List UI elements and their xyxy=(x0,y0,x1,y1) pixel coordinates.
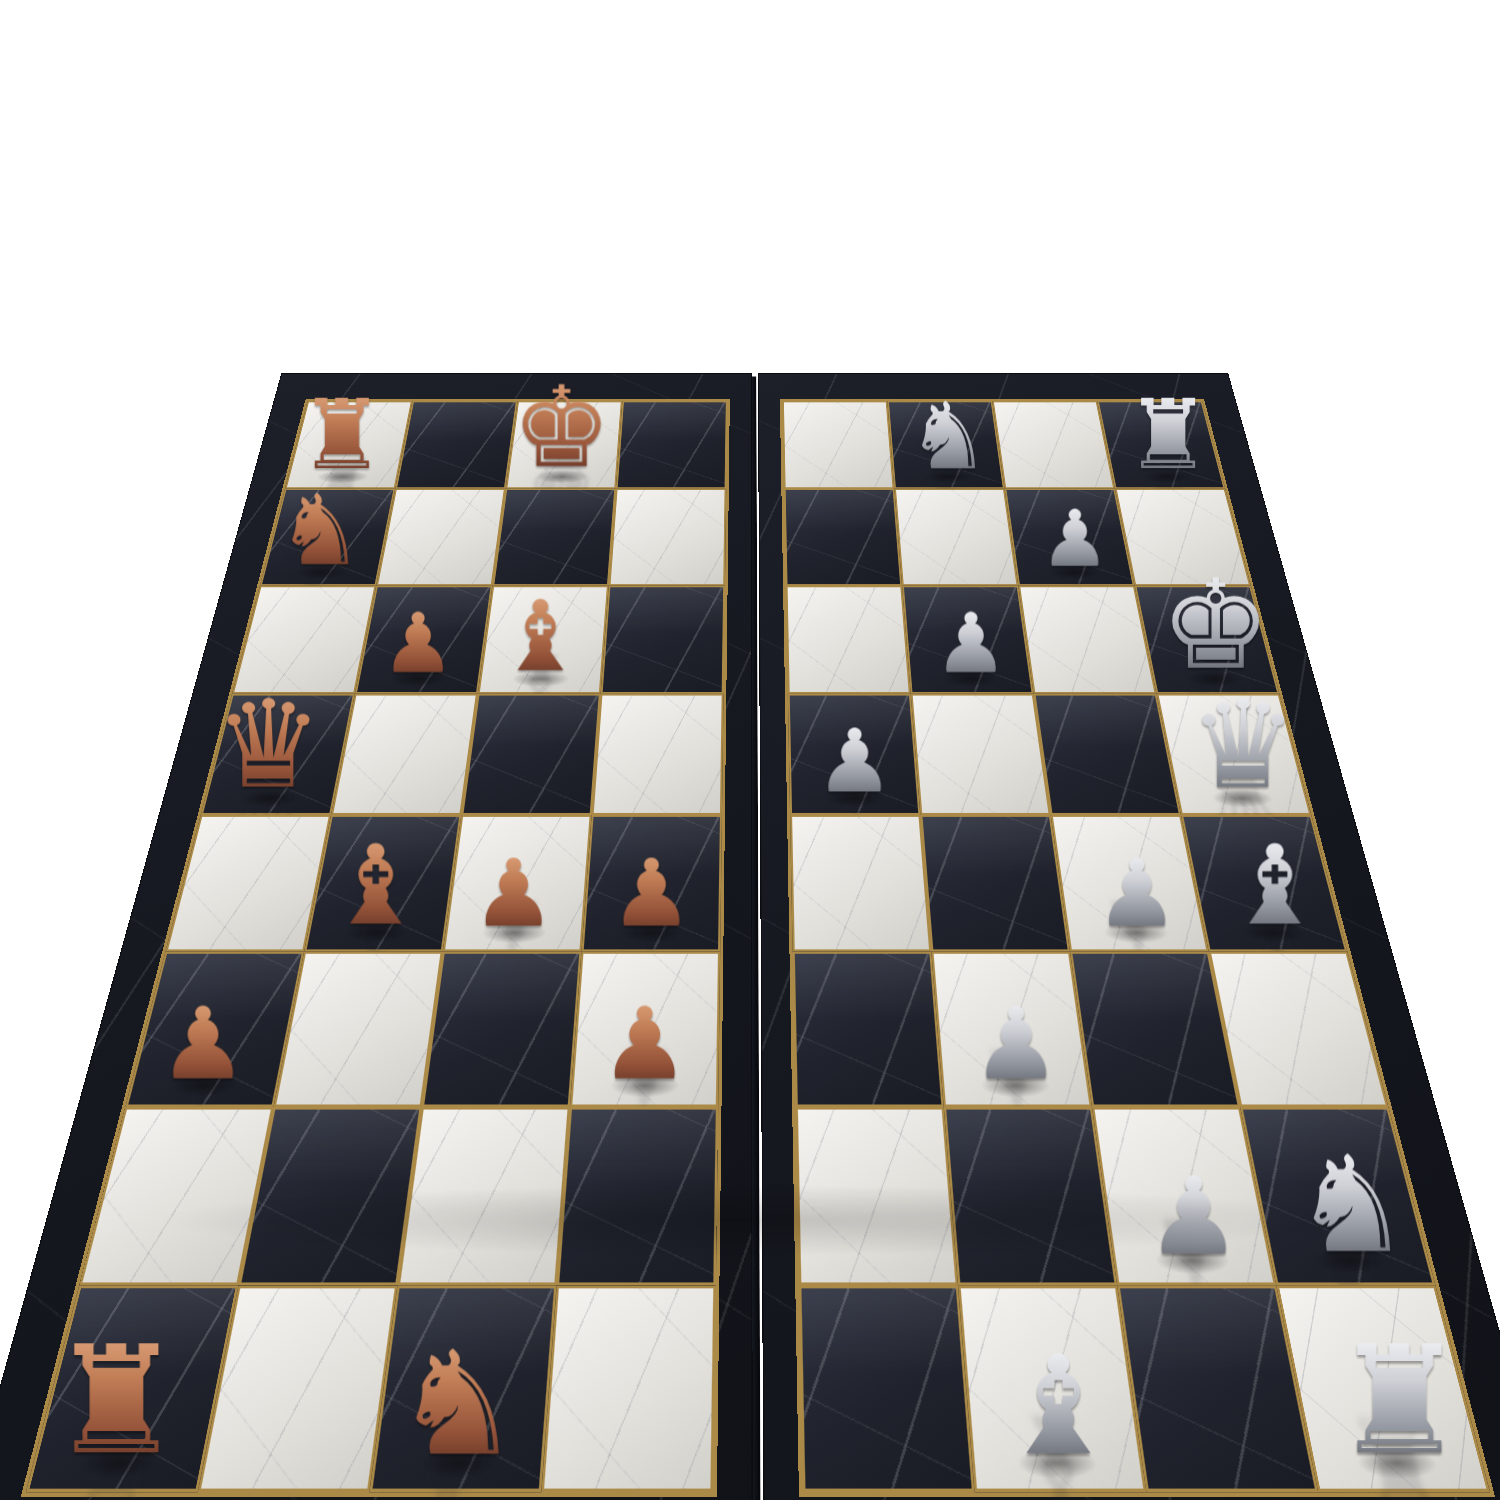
playfield-files-e-h: ♞♞♜♜♟♟♟♟♚♚♟♟♛♛♟♟♝♝♟♟♟♟♞♞♝♝♜♜ xyxy=(780,399,1495,1497)
square-f1[interactable]: ♝♝ xyxy=(958,1285,1146,1492)
silver-pawn-g4[interactable]: ♟ xyxy=(1095,850,1179,939)
silver-pawn-f3[interactable]: ♟ xyxy=(972,997,1061,1092)
square-b5[interactable] xyxy=(331,694,478,815)
square-d4[interactable]: ♟♟ xyxy=(581,815,721,952)
silver-rook-h1[interactable]: ♜ xyxy=(1332,1330,1466,1472)
square-g6[interactable] xyxy=(1018,586,1156,694)
copper-pawn-d3[interactable]: ♟ xyxy=(600,997,689,1092)
square-b8[interactable] xyxy=(395,401,517,489)
chess-board: ♜♜♚♚♞♞♟♟♝♝♛♛♝♝♟♟♟♟♟♟♟♟♜♜♞♞ ♞♞♜♜♟♟♟♟♚♚♟♟♛… xyxy=(0,374,1500,1500)
square-e6[interactable] xyxy=(786,586,911,694)
square-f8[interactable]: ♞♞ xyxy=(887,401,1004,489)
square-c3[interactable] xyxy=(422,952,582,1107)
silver-bishop-f1[interactable]: ♝ xyxy=(997,1342,1119,1472)
silver-bishop-h4[interactable]: ♝ xyxy=(1225,833,1324,938)
square-f6[interactable]: ♟♟ xyxy=(902,586,1034,694)
square-b6[interactable]: ♟♟ xyxy=(355,586,493,694)
copper-rook-a1[interactable]: ♜ xyxy=(49,1330,183,1472)
square-e4[interactable] xyxy=(790,815,931,952)
square-e7[interactable] xyxy=(784,489,902,586)
square-g5[interactable] xyxy=(1034,694,1181,815)
silver-rook-h8[interactable]: ♜ xyxy=(1125,389,1211,480)
square-a5[interactable]: ♛♛ xyxy=(201,694,355,815)
board-left-half: ♜♜♚♚♞♞♟♟♝♝♛♛♝♝♟♟♟♟♟♟♟♟♜♜♞♞ xyxy=(0,374,751,1500)
square-d5[interactable] xyxy=(592,694,724,815)
playfield-files-a-d: ♜♜♚♚♞♞♟♟♝♝♛♛♝♝♟♟♟♟♟♟♟♟♜♜♞♞ xyxy=(21,399,730,1497)
copper-bishop-b4[interactable]: ♝ xyxy=(326,833,425,938)
square-e1[interactable] xyxy=(799,1285,975,1492)
square-e8[interactable] xyxy=(782,401,894,489)
square-c8[interactable]: ♚♚ xyxy=(506,401,623,489)
square-c5[interactable] xyxy=(461,694,600,815)
square-g8[interactable] xyxy=(992,401,1115,489)
copper-king-c8[interactable]: ♚ xyxy=(512,374,612,480)
square-c4[interactable]: ♟♟ xyxy=(443,815,592,952)
silver-king-h6[interactable]: ♚ xyxy=(1160,565,1271,683)
square-f7[interactable] xyxy=(894,489,1018,586)
square-d8[interactable] xyxy=(616,401,727,489)
square-d1[interactable] xyxy=(541,1285,715,1492)
square-d6[interactable] xyxy=(601,586,725,694)
square-c1[interactable]: ♞♞ xyxy=(369,1285,556,1492)
square-h5[interactable]: ♛♛ xyxy=(1156,694,1311,815)
square-c6[interactable]: ♝♝ xyxy=(478,586,609,694)
square-b7[interactable] xyxy=(376,489,505,586)
square-d3[interactable]: ♟♟ xyxy=(570,952,720,1107)
copper-pawn-a3[interactable]: ♟ xyxy=(158,997,247,1092)
silver-queen-h5[interactable]: ♛ xyxy=(1189,688,1298,804)
square-b3[interactable] xyxy=(274,952,443,1107)
square-a4[interactable] xyxy=(165,815,331,952)
square-g3[interactable] xyxy=(1070,952,1240,1107)
board-right-half: ♞♞♜♜♟♟♟♟♚♚♟♟♛♛♟♟♝♝♟♟♟♟♞♞♝♝♜♜ xyxy=(759,374,1500,1500)
square-e5[interactable]: ♟♟ xyxy=(788,694,921,815)
square-f4[interactable] xyxy=(920,815,1070,952)
copper-rook-a8[interactable]: ♜ xyxy=(299,389,385,480)
silver-pawn-e5[interactable]: ♟ xyxy=(815,720,894,803)
square-f5[interactable] xyxy=(911,694,1051,815)
square-c7[interactable] xyxy=(492,489,615,586)
copper-knight-a7[interactable]: ♞ xyxy=(276,483,364,576)
square-f3[interactable]: ♟♟ xyxy=(931,952,1092,1107)
square-b4[interactable]: ♝♝ xyxy=(304,815,461,952)
copper-queen-a5[interactable]: ♛ xyxy=(214,688,323,804)
floor-shadow xyxy=(155,1185,1345,1255)
square-g7[interactable]: ♟♟ xyxy=(1005,489,1135,586)
silver-knight-f8[interactable]: ♞ xyxy=(907,392,990,480)
square-h4[interactable]: ♝♝ xyxy=(1181,815,1347,952)
square-d7[interactable] xyxy=(609,489,727,586)
square-e3[interactable] xyxy=(793,952,944,1107)
copper-pawn-b6[interactable]: ♟ xyxy=(381,605,455,684)
silver-pawn-f6[interactable]: ♟ xyxy=(934,605,1008,684)
copper-pawn-c4[interactable]: ♟ xyxy=(472,850,556,939)
copper-knight-c1[interactable]: ♞ xyxy=(393,1335,522,1472)
square-h8[interactable]: ♜♜ xyxy=(1097,401,1225,489)
silver-pawn-g7[interactable]: ♟ xyxy=(1040,502,1110,576)
copper-bishop-c6[interactable]: ♝ xyxy=(496,590,584,683)
copper-pawn-d4[interactable]: ♟ xyxy=(610,850,694,939)
square-a7[interactable]: ♞♞ xyxy=(260,489,395,586)
product-photo-scene: ♜♜♚♚♞♞♟♟♝♝♛♛♝♝♟♟♟♟♟♟♟♟♜♜♞♞ ♞♞♜♜♟♟♟♟♚♚♟♟♛… xyxy=(0,0,1500,1500)
square-h3[interactable] xyxy=(1209,952,1389,1107)
